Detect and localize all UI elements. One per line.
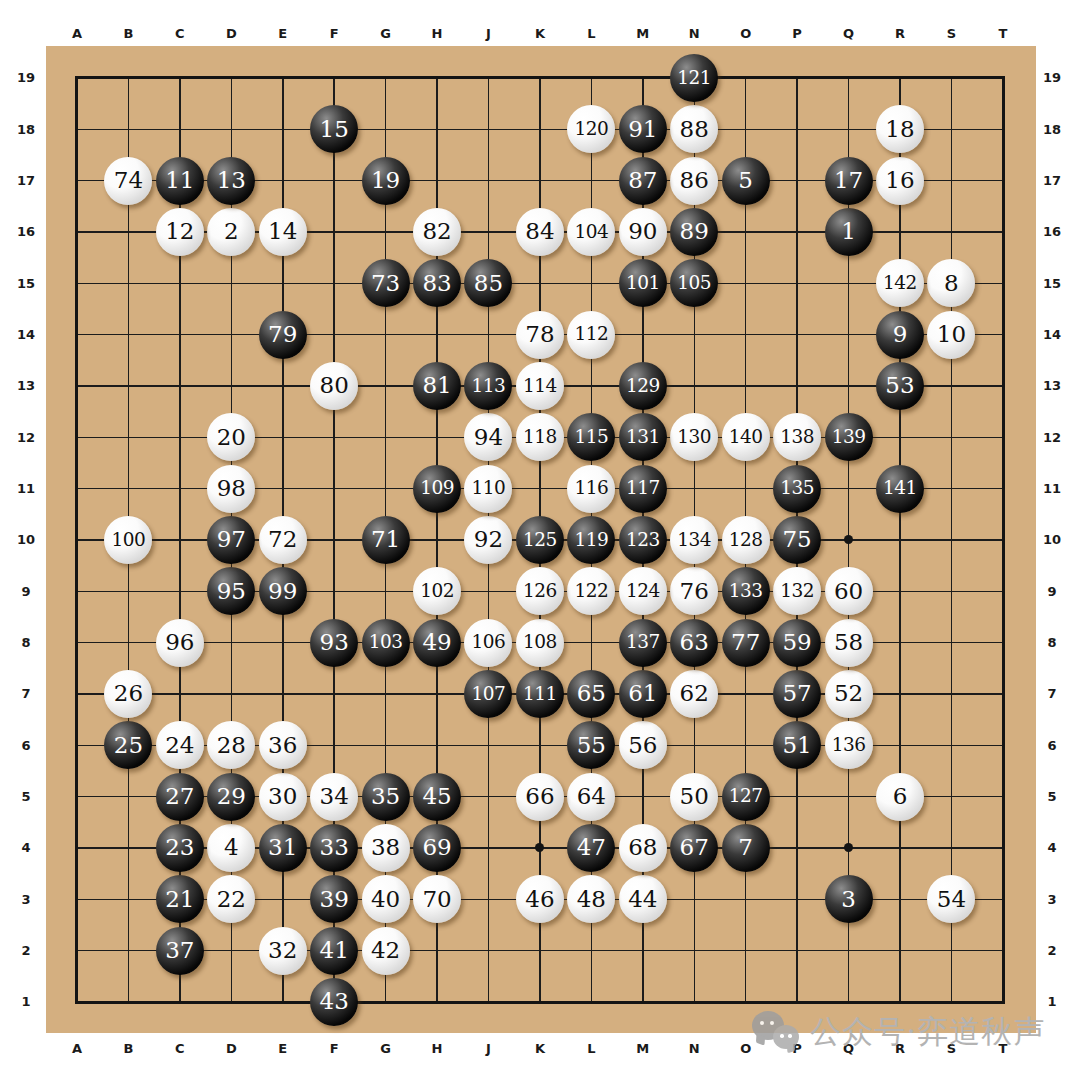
- move-number: 27: [165, 785, 194, 808]
- stone-white-34: 34: [310, 773, 358, 821]
- stone-white-134: 134: [670, 516, 718, 564]
- stone-white-124: 124: [619, 567, 667, 615]
- move-number: 21: [165, 888, 194, 911]
- move-number: 73: [371, 272, 400, 295]
- move-number: 66: [525, 785, 554, 808]
- stone-black-57: 57: [773, 670, 821, 718]
- stone-white-102: 102: [413, 567, 461, 615]
- stone-white-98: 98: [207, 465, 255, 513]
- stone-black-33: 33: [310, 824, 358, 872]
- stone-black-71: 71: [362, 516, 410, 564]
- stone-white-14: 14: [259, 208, 307, 256]
- move-number: 77: [731, 631, 760, 654]
- move-number: 6: [893, 785, 908, 808]
- move-number: 112: [574, 325, 608, 344]
- stone-white-76: 76: [670, 567, 718, 615]
- move-number: 125: [523, 531, 557, 550]
- stone-black-89: 89: [670, 208, 718, 256]
- coordinate-label: F: [308, 24, 359, 42]
- coordinate-label: 12: [10, 412, 42, 463]
- stone-white-38: 38: [362, 824, 410, 872]
- coordinate-label: 13: [1036, 360, 1068, 411]
- coordinate-label: B: [103, 24, 154, 42]
- stone-white-138: 138: [773, 413, 821, 461]
- stone-black-15: 15: [310, 105, 358, 153]
- watermark-text: 公众号·弈道秋声: [810, 1011, 1045, 1053]
- coordinate-label: T: [977, 24, 1028, 42]
- stone-black-29: 29: [207, 773, 255, 821]
- move-number: 60: [834, 580, 863, 603]
- stone-white-110: 110: [464, 465, 512, 513]
- coordinate-label: 18: [1036, 104, 1068, 155]
- stone-black-99: 99: [259, 567, 307, 615]
- stone-white-108: 108: [516, 619, 564, 667]
- coordinate-label: 7: [10, 668, 42, 719]
- move-number: 90: [628, 220, 657, 243]
- stone-black-41: 41: [310, 927, 358, 975]
- coordinate-label: 17: [1036, 155, 1068, 206]
- move-number: 16: [885, 169, 914, 192]
- move-number: 123: [626, 531, 660, 550]
- coordinate-label: G: [360, 1039, 411, 1057]
- coordinate-label: J: [463, 1039, 514, 1057]
- stone-white-86: 86: [670, 157, 718, 205]
- stone-black-1: 1: [825, 208, 873, 256]
- move-number: 70: [422, 888, 451, 911]
- coordinate-label: M: [617, 24, 668, 42]
- coordinate-label: 11: [10, 463, 42, 514]
- move-number: 55: [577, 734, 606, 757]
- move-number: 45: [422, 785, 451, 808]
- stone-black-123: 123: [619, 516, 667, 564]
- coordinate-label: 16: [1036, 206, 1068, 257]
- stone-white-100: 100: [104, 516, 152, 564]
- move-number: 25: [114, 734, 143, 757]
- stone-white-126: 126: [516, 567, 564, 615]
- stone-black-119: 119: [567, 516, 615, 564]
- move-number: 12: [165, 220, 194, 243]
- coordinate-label: K: [514, 1039, 565, 1057]
- move-number: 29: [217, 785, 246, 808]
- move-number: 137: [626, 633, 660, 652]
- stone-white-122: 122: [567, 567, 615, 615]
- stone-white-68: 68: [619, 824, 667, 872]
- move-number: 113: [472, 377, 506, 396]
- stone-white-28: 28: [207, 721, 255, 769]
- stone-black-45: 45: [413, 773, 461, 821]
- stone-white-72: 72: [259, 516, 307, 564]
- move-number: 116: [574, 479, 608, 498]
- stone-black-121: 121: [670, 54, 718, 102]
- move-number: 59: [782, 631, 811, 654]
- stone-white-120: 120: [567, 105, 615, 153]
- move-number: 40: [371, 888, 400, 911]
- stone-black-79: 79: [259, 311, 307, 359]
- move-number: 72: [268, 528, 297, 551]
- move-number: 76: [680, 580, 709, 603]
- move-number: 17: [834, 169, 863, 192]
- stone-black-139: 139: [825, 413, 873, 461]
- stone-white-6: 6: [876, 773, 924, 821]
- star-point: [535, 843, 544, 852]
- stone-black-59: 59: [773, 619, 821, 667]
- move-number: 89: [680, 220, 709, 243]
- coordinate-label: 5: [10, 771, 42, 822]
- stone-black-75: 75: [773, 516, 821, 564]
- move-number: 20: [217, 426, 246, 449]
- stone-white-96: 96: [156, 619, 204, 667]
- coordinate-label: 14: [10, 309, 42, 360]
- move-number: 41: [320, 939, 349, 962]
- coordinate-label: Q: [823, 24, 874, 42]
- stone-white-64: 64: [567, 773, 615, 821]
- stone-white-40: 40: [362, 875, 410, 923]
- move-number: 138: [780, 428, 814, 447]
- move-number: 22: [217, 888, 246, 911]
- stone-white-130: 130: [670, 413, 718, 461]
- move-number: 80: [320, 374, 349, 397]
- move-number: 43: [320, 990, 349, 1013]
- move-number: 141: [883, 479, 917, 498]
- stone-black-93: 93: [310, 619, 358, 667]
- move-number: 78: [525, 323, 554, 346]
- coordinate-label: 2: [10, 925, 42, 976]
- stone-white-36: 36: [259, 721, 307, 769]
- move-number: 4: [224, 836, 239, 859]
- stone-white-30: 30: [259, 773, 307, 821]
- move-number: 127: [729, 787, 763, 806]
- stone-white-118: 118: [516, 413, 564, 461]
- move-number: 97: [217, 528, 246, 551]
- stone-black-3: 3: [825, 875, 873, 923]
- coordinate-label: 16: [10, 206, 42, 257]
- stone-black-23: 23: [156, 824, 204, 872]
- coordinate-label: 3: [10, 874, 42, 925]
- move-number: 136: [832, 736, 866, 755]
- coordinate-label: 6: [10, 720, 42, 771]
- move-number: 14: [268, 220, 297, 243]
- watermark: 公众号·弈道秋声: [752, 1004, 1045, 1060]
- move-number: 30: [268, 785, 297, 808]
- stone-white-62: 62: [670, 670, 718, 718]
- stone-white-78: 78: [516, 311, 564, 359]
- move-number: 108: [523, 633, 557, 652]
- stone-white-132: 132: [773, 567, 821, 615]
- stone-white-60: 60: [825, 567, 873, 615]
- move-number: 63: [680, 631, 709, 654]
- move-number: 58: [834, 631, 863, 654]
- stone-white-54: 54: [927, 875, 975, 923]
- stone-white-82: 82: [413, 208, 461, 256]
- coordinate-label: M: [617, 1039, 668, 1057]
- stone-black-91: 91: [619, 105, 667, 153]
- move-number: 7: [738, 836, 753, 859]
- move-number: 135: [780, 479, 814, 498]
- move-number: 39: [320, 888, 349, 911]
- move-number: 13: [217, 169, 246, 192]
- stone-white-20: 20: [207, 413, 255, 461]
- move-number: 11: [165, 169, 194, 192]
- move-number: 114: [523, 377, 557, 396]
- coordinate-label: 7: [1036, 668, 1068, 719]
- stone-black-125: 125: [516, 516, 564, 564]
- coordinate-label: 6: [1036, 720, 1068, 771]
- move-number: 23: [165, 836, 194, 859]
- stone-white-136: 136: [825, 721, 873, 769]
- coordinates-right: 19181716151413121110987654321: [1036, 52, 1068, 1027]
- move-number: 99: [268, 580, 297, 603]
- move-number: 42: [371, 939, 400, 962]
- coordinate-label: 3: [1036, 874, 1068, 925]
- stone-black-127: 127: [722, 773, 770, 821]
- move-number: 26: [114, 682, 143, 705]
- stone-white-8: 8: [927, 259, 975, 307]
- coordinates-left: 19181716151413121110987654321: [10, 52, 42, 1027]
- move-number: 129: [626, 377, 660, 396]
- stone-black-35: 35: [362, 773, 410, 821]
- stone-white-104: 104: [567, 208, 615, 256]
- stone-white-46: 46: [516, 875, 564, 923]
- stone-black-39: 39: [310, 875, 358, 923]
- stone-white-112: 112: [567, 311, 615, 359]
- move-number: 35: [371, 785, 400, 808]
- move-number: 118: [523, 428, 557, 447]
- move-number: 38: [371, 836, 400, 859]
- move-number: 122: [574, 582, 608, 601]
- move-number: 142: [883, 274, 917, 293]
- move-number: 85: [474, 272, 503, 295]
- move-number: 104: [574, 223, 608, 242]
- coordinate-label: H: [411, 24, 462, 42]
- stone-black-135: 135: [773, 465, 821, 513]
- coordinate-label: 17: [10, 155, 42, 206]
- coordinate-label: 8: [10, 617, 42, 668]
- stone-white-106: 106: [464, 619, 512, 667]
- coordinate-label: 15: [1036, 258, 1068, 309]
- stone-black-9: 9: [876, 311, 924, 359]
- stone-black-81: 81: [413, 362, 461, 410]
- move-number: 75: [782, 528, 811, 551]
- stone-white-88: 88: [670, 105, 718, 153]
- stone-black-11: 11: [156, 157, 204, 205]
- stone-white-26: 26: [104, 670, 152, 718]
- stone-black-85: 85: [464, 259, 512, 307]
- stone-black-37: 37: [156, 927, 204, 975]
- stone-black-131: 131: [619, 413, 667, 461]
- stone-black-49: 49: [413, 619, 461, 667]
- stone-black-77: 77: [722, 619, 770, 667]
- move-number: 130: [677, 428, 711, 447]
- move-number: 69: [422, 836, 451, 859]
- coordinate-label: 5: [1036, 771, 1068, 822]
- coordinate-label: A: [51, 1039, 102, 1057]
- move-number: 121: [677, 69, 711, 88]
- move-number: 74: [114, 169, 143, 192]
- coordinate-label: 19: [1036, 52, 1068, 103]
- stone-white-2: 2: [207, 208, 255, 256]
- stone-black-83: 83: [413, 259, 461, 307]
- stone-black-7: 7: [722, 824, 770, 872]
- stone-black-87: 87: [619, 157, 667, 205]
- stone-white-128: 128: [722, 516, 770, 564]
- coordinate-label: 15: [10, 258, 42, 309]
- coordinate-label: R: [874, 24, 925, 42]
- stone-white-114: 114: [516, 362, 564, 410]
- stone-white-44: 44: [619, 875, 667, 923]
- stone-white-84: 84: [516, 208, 564, 256]
- stone-black-111: 111: [516, 670, 564, 718]
- stone-white-24: 24: [156, 721, 204, 769]
- move-number: 92: [474, 528, 503, 551]
- stone-black-105: 105: [670, 259, 718, 307]
- stone-black-53: 53: [876, 362, 924, 410]
- stone-black-55: 55: [567, 721, 615, 769]
- move-number: 9: [893, 323, 908, 346]
- stone-black-13: 13: [207, 157, 255, 205]
- coordinate-label: 1: [10, 976, 42, 1027]
- stone-black-25: 25: [104, 721, 152, 769]
- coordinate-label: K: [514, 24, 565, 42]
- stone-black-73: 73: [362, 259, 410, 307]
- move-number: 106: [472, 633, 506, 652]
- coordinate-label: 9: [1036, 566, 1068, 617]
- move-number: 82: [422, 220, 451, 243]
- move-number: 115: [574, 428, 608, 447]
- move-number: 48: [577, 888, 606, 911]
- move-number: 65: [577, 682, 606, 705]
- stone-white-142: 142: [876, 259, 924, 307]
- coordinate-label: L: [566, 24, 617, 42]
- coordinate-label: 4: [10, 822, 42, 873]
- move-number: 128: [729, 531, 763, 550]
- stone-white-90: 90: [619, 208, 667, 256]
- coordinate-label: N: [669, 1039, 720, 1057]
- move-number: 126: [523, 582, 557, 601]
- stone-black-17: 17: [825, 157, 873, 205]
- stone-white-56: 56: [619, 721, 667, 769]
- move-number: 100: [112, 531, 146, 550]
- move-number: 105: [677, 274, 711, 293]
- move-number: 36: [268, 734, 297, 757]
- move-number: 44: [628, 888, 657, 911]
- move-number: 98: [217, 477, 246, 500]
- coordinate-label: 10: [10, 514, 42, 565]
- move-number: 103: [369, 633, 403, 652]
- move-number: 94: [474, 426, 503, 449]
- move-number: 134: [677, 531, 711, 550]
- move-number: 47: [577, 836, 606, 859]
- stone-white-140: 140: [722, 413, 770, 461]
- stone-black-129: 129: [619, 362, 667, 410]
- move-number: 119: [574, 531, 608, 550]
- move-number: 34: [320, 785, 349, 808]
- move-number: 19: [371, 169, 400, 192]
- move-number: 87: [628, 169, 657, 192]
- move-number: 91: [628, 118, 657, 141]
- move-number: 83: [422, 272, 451, 295]
- stone-white-50: 50: [670, 773, 718, 821]
- move-number: 86: [680, 169, 709, 192]
- move-number: 139: [832, 428, 866, 447]
- coordinate-label: D: [206, 24, 257, 42]
- stone-black-101: 101: [619, 259, 667, 307]
- stone-black-109: 109: [413, 465, 461, 513]
- move-number: 88: [680, 118, 709, 141]
- move-number: 15: [320, 118, 349, 141]
- stone-black-133: 133: [722, 567, 770, 615]
- coordinate-label: L: [566, 1039, 617, 1057]
- move-number: 79: [268, 323, 297, 346]
- coordinate-label: 13: [10, 360, 42, 411]
- move-number: 81: [422, 374, 451, 397]
- coordinate-label: H: [411, 1039, 462, 1057]
- coordinate-label: C: [154, 24, 205, 42]
- move-number: 84: [525, 220, 554, 243]
- stone-black-117: 117: [619, 465, 667, 513]
- move-number: 131: [626, 428, 660, 447]
- move-number: 1: [841, 220, 856, 243]
- move-number: 10: [937, 323, 966, 346]
- coordinates-top: ABCDEFGHJKLMNOPQRST: [51, 24, 1028, 42]
- move-number: 3: [841, 888, 856, 911]
- move-number: 56: [628, 734, 657, 757]
- coordinate-label: J: [463, 24, 514, 42]
- move-number: 133: [729, 582, 763, 601]
- move-number: 8: [944, 272, 959, 295]
- coordinate-label: 2: [1036, 925, 1068, 976]
- stone-black-103: 103: [362, 619, 410, 667]
- move-number: 120: [574, 120, 608, 139]
- coordinate-label: 4: [1036, 822, 1068, 873]
- stone-black-65: 65: [567, 670, 615, 718]
- stone-black-141: 141: [876, 465, 924, 513]
- move-number: 71: [371, 528, 400, 551]
- coordinate-label: O: [720, 24, 771, 42]
- coordinate-label: 8: [1036, 617, 1068, 668]
- stone-white-48: 48: [567, 875, 615, 923]
- stone-white-92: 92: [464, 516, 512, 564]
- move-number: 107: [472, 685, 506, 704]
- stone-black-19: 19: [362, 157, 410, 205]
- stone-black-69: 69: [413, 824, 461, 872]
- move-number: 31: [268, 836, 297, 859]
- coordinate-label: N: [669, 24, 720, 42]
- coordinate-label: A: [51, 24, 102, 42]
- stone-black-113: 113: [464, 362, 512, 410]
- stone-white-12: 12: [156, 208, 204, 256]
- move-number: 132: [780, 582, 814, 601]
- move-number: 49: [422, 631, 451, 654]
- coordinate-label: D: [206, 1039, 257, 1057]
- stone-white-94: 94: [464, 413, 512, 461]
- coordinate-label: E: [257, 24, 308, 42]
- coordinate-label: 12: [1036, 412, 1068, 463]
- stone-white-80: 80: [310, 362, 358, 410]
- move-number: 67: [680, 836, 709, 859]
- move-number: 96: [165, 631, 194, 654]
- move-number: 2: [224, 220, 239, 243]
- stone-white-70: 70: [413, 875, 461, 923]
- move-number: 32: [268, 939, 297, 962]
- coordinate-label: P: [771, 24, 822, 42]
- stone-white-58: 58: [825, 619, 873, 667]
- move-number: 24: [165, 734, 194, 757]
- stone-white-74: 74: [104, 157, 152, 205]
- move-number: 51: [782, 734, 811, 757]
- stone-white-42: 42: [362, 927, 410, 975]
- coordinate-label: B: [103, 1039, 154, 1057]
- move-number: 102: [420, 582, 454, 601]
